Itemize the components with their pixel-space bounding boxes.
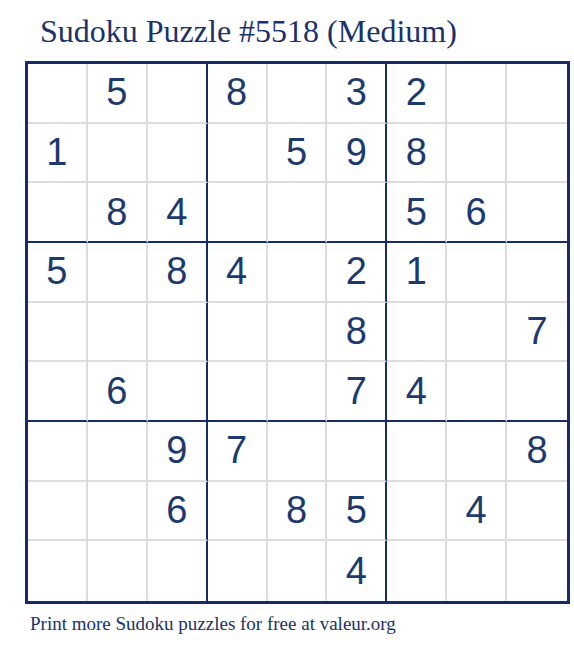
cell-r9c8[interactable] (447, 541, 507, 601)
cell-r3c4[interactable] (208, 183, 268, 243)
cell-r2c8[interactable] (447, 124, 507, 184)
cell-r7c1[interactable] (28, 422, 88, 482)
cell-r1c5[interactable] (268, 64, 328, 124)
cell-r4c4[interactable]: 4 (208, 243, 268, 303)
cell-r3c6[interactable] (327, 183, 387, 243)
cell-r6c6[interactable]: 7 (327, 362, 387, 422)
cell-r9c1[interactable] (28, 541, 88, 601)
cell-r2c7[interactable]: 8 (387, 124, 447, 184)
cell-r5c9[interactable]: 7 (507, 303, 567, 363)
cell-r9c6[interactable]: 4 (327, 541, 387, 601)
cell-r6c4[interactable] (208, 362, 268, 422)
sudoku-board: 583215988456584218767497868544 (25, 61, 570, 604)
cell-r2c9[interactable] (507, 124, 567, 184)
cell-r8c6[interactable]: 5 (327, 482, 387, 542)
cell-r1c6[interactable]: 3 (327, 64, 387, 124)
cell-r5c3[interactable] (148, 303, 208, 363)
cell-r9c9[interactable] (507, 541, 567, 601)
cell-r4c3[interactable]: 8 (148, 243, 208, 303)
cell-r7c6[interactable] (327, 422, 387, 482)
cell-r8c1[interactable] (28, 482, 88, 542)
cell-r7c4[interactable]: 7 (208, 422, 268, 482)
cell-r7c9[interactable]: 8 (507, 422, 567, 482)
cell-r4c8[interactable] (447, 243, 507, 303)
cell-r8c3[interactable]: 6 (148, 482, 208, 542)
cell-r3c5[interactable] (268, 183, 328, 243)
cell-r3c9[interactable] (507, 183, 567, 243)
cell-r7c8[interactable] (447, 422, 507, 482)
cell-r3c7[interactable]: 5 (387, 183, 447, 243)
cell-r6c1[interactable] (28, 362, 88, 422)
cell-r6c7[interactable]: 4 (387, 362, 447, 422)
cell-r8c4[interactable] (208, 482, 268, 542)
cell-r1c2[interactable]: 5 (88, 64, 148, 124)
cell-r2c6[interactable]: 9 (327, 124, 387, 184)
cell-r9c2[interactable] (88, 541, 148, 601)
cell-r2c1[interactable]: 1 (28, 124, 88, 184)
cell-r5c8[interactable] (447, 303, 507, 363)
cell-r4c5[interactable] (268, 243, 328, 303)
cell-r6c9[interactable] (507, 362, 567, 422)
page-title: Sudoku Puzzle #5518 (Medium) (40, 14, 457, 49)
cell-r7c3[interactable]: 9 (148, 422, 208, 482)
cell-r6c8[interactable] (447, 362, 507, 422)
cell-r5c7[interactable] (387, 303, 447, 363)
cell-r8c7[interactable] (387, 482, 447, 542)
cell-r4c7[interactable]: 1 (387, 243, 447, 303)
cell-r6c3[interactable] (148, 362, 208, 422)
cell-r2c5[interactable]: 5 (268, 124, 328, 184)
cell-r6c2[interactable]: 6 (88, 362, 148, 422)
cell-r5c1[interactable] (28, 303, 88, 363)
cell-r4c2[interactable] (88, 243, 148, 303)
cell-r4c9[interactable] (507, 243, 567, 303)
cell-r1c1[interactable] (28, 64, 88, 124)
cell-r3c1[interactable] (28, 183, 88, 243)
cell-r1c3[interactable] (148, 64, 208, 124)
cell-r2c3[interactable] (148, 124, 208, 184)
cell-r3c2[interactable]: 8 (88, 183, 148, 243)
cell-r6c5[interactable] (268, 362, 328, 422)
cell-r1c8[interactable] (447, 64, 507, 124)
cell-r4c1[interactable]: 5 (28, 243, 88, 303)
cell-r5c2[interactable] (88, 303, 148, 363)
cell-r1c7[interactable]: 2 (387, 64, 447, 124)
cell-r8c9[interactable] (507, 482, 567, 542)
cell-r8c5[interactable]: 8 (268, 482, 328, 542)
cell-r9c4[interactable] (208, 541, 268, 601)
cell-r5c6[interactable]: 8 (327, 303, 387, 363)
cell-r9c5[interactable] (268, 541, 328, 601)
cell-r9c3[interactable] (148, 541, 208, 601)
cell-r3c8[interactable]: 6 (447, 183, 507, 243)
cell-r8c2[interactable] (88, 482, 148, 542)
cell-r1c4[interactable]: 8 (208, 64, 268, 124)
cell-r2c4[interactable] (208, 124, 268, 184)
cell-r8c8[interactable]: 4 (447, 482, 507, 542)
cell-r3c3[interactable]: 4 (148, 183, 208, 243)
cell-r4c6[interactable]: 2 (327, 243, 387, 303)
cell-r9c7[interactable] (387, 541, 447, 601)
footer-text: Print more Sudoku puzzles for free at va… (30, 613, 396, 635)
cell-r7c2[interactable] (88, 422, 148, 482)
cell-r1c9[interactable] (507, 64, 567, 124)
cell-r7c7[interactable] (387, 422, 447, 482)
cell-r7c5[interactable] (268, 422, 328, 482)
sudoku-page: Sudoku Puzzle #5518 (Medium) 58321598845… (0, 0, 574, 651)
cell-r5c4[interactable] (208, 303, 268, 363)
cell-r2c2[interactable] (88, 124, 148, 184)
cell-r5c5[interactable] (268, 303, 328, 363)
